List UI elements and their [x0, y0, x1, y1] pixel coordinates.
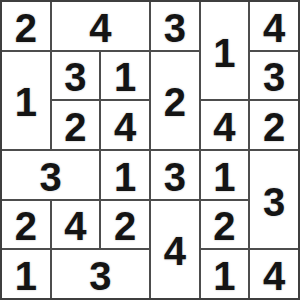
cell-value: 2 — [164, 82, 186, 122]
cell-value: 4 — [263, 8, 285, 48]
cell-value: 1 — [213, 256, 235, 296]
puzzle-cell-r3c6[interactable]: 2 — [250, 101, 298, 149]
puzzle-cell-r6c2[interactable]: 3 — [52, 250, 149, 298]
cell-value: 4 — [263, 256, 285, 296]
puzzle-cell-r5c3[interactable]: 2 — [101, 201, 149, 249]
puzzle-cell-r5c4[interactable]: 4 — [151, 201, 199, 298]
cell-value: 3 — [164, 8, 186, 48]
cell-value: 4 — [164, 231, 186, 271]
puzzle-cell-r5c5[interactable]: 2 — [201, 201, 249, 249]
puzzle-board: 2431413123244231313242421314 — [0, 0, 300, 300]
cell-value: 4 — [213, 107, 235, 147]
cell-value: 4 — [64, 206, 86, 246]
cell-value: 2 — [213, 206, 235, 246]
puzzle-cell-r1c5[interactable]: 1 — [201, 2, 249, 99]
puzzle-cell-r1c1[interactable]: 2 — [2, 2, 50, 50]
cell-value: 3 — [89, 256, 111, 296]
cell-value: 3 — [40, 157, 62, 197]
cell-value: 2 — [15, 8, 37, 48]
puzzle-cell-r4c4[interactable]: 3 — [151, 151, 199, 199]
cell-value: 3 — [64, 57, 86, 97]
cell-value: 1 — [15, 82, 37, 122]
puzzle-cell-r4c6[interactable]: 3 — [250, 151, 298, 248]
cell-value: 3 — [263, 182, 285, 222]
puzzle-cell-r4c3[interactable]: 1 — [101, 151, 149, 199]
cell-value: 2 — [15, 206, 37, 246]
cell-value: 2 — [263, 107, 285, 147]
puzzle-cell-r2c4[interactable]: 2 — [151, 52, 199, 149]
puzzle-cell-r6c6[interactable]: 4 — [250, 250, 298, 298]
puzzle-cell-r3c2[interactable]: 2 — [52, 101, 100, 149]
cell-value: 3 — [263, 57, 285, 97]
puzzle-cell-r2c3[interactable]: 1 — [101, 52, 149, 100]
puzzle-cell-r5c1[interactable]: 2 — [2, 201, 50, 249]
puzzle-cell-r2c6[interactable]: 3 — [250, 52, 298, 100]
puzzle-cell-r4c1[interactable]: 3 — [2, 151, 99, 199]
cell-value: 1 — [114, 157, 136, 197]
puzzle-cell-r1c4[interactable]: 3 — [151, 2, 199, 50]
cell-value: 4 — [89, 8, 111, 48]
puzzle-cell-r5c2[interactable]: 4 — [52, 201, 100, 249]
cell-value: 1 — [213, 157, 235, 197]
cell-value: 2 — [114, 206, 136, 246]
cell-value: 3 — [164, 157, 186, 197]
puzzle-cell-r2c1[interactable]: 1 — [2, 52, 50, 149]
puzzle-cell-r3c5[interactable]: 4 — [201, 101, 249, 149]
puzzle-cell-r6c5[interactable]: 1 — [201, 250, 249, 298]
cell-value: 4 — [114, 107, 136, 147]
cell-value: 1 — [114, 57, 136, 97]
puzzle-cell-r6c1[interactable]: 1 — [2, 250, 50, 298]
puzzle-cell-r1c6[interactable]: 4 — [250, 2, 298, 50]
puzzle-cell-r1c2[interactable]: 4 — [52, 2, 149, 50]
cell-value: 2 — [64, 107, 86, 147]
cell-value: 1 — [213, 33, 235, 73]
cell-value: 1 — [15, 256, 37, 296]
puzzle-cell-r3c3[interactable]: 4 — [101, 101, 149, 149]
puzzle-cell-r2c2[interactable]: 3 — [52, 52, 100, 100]
puzzle-cell-r4c5[interactable]: 1 — [201, 151, 249, 199]
